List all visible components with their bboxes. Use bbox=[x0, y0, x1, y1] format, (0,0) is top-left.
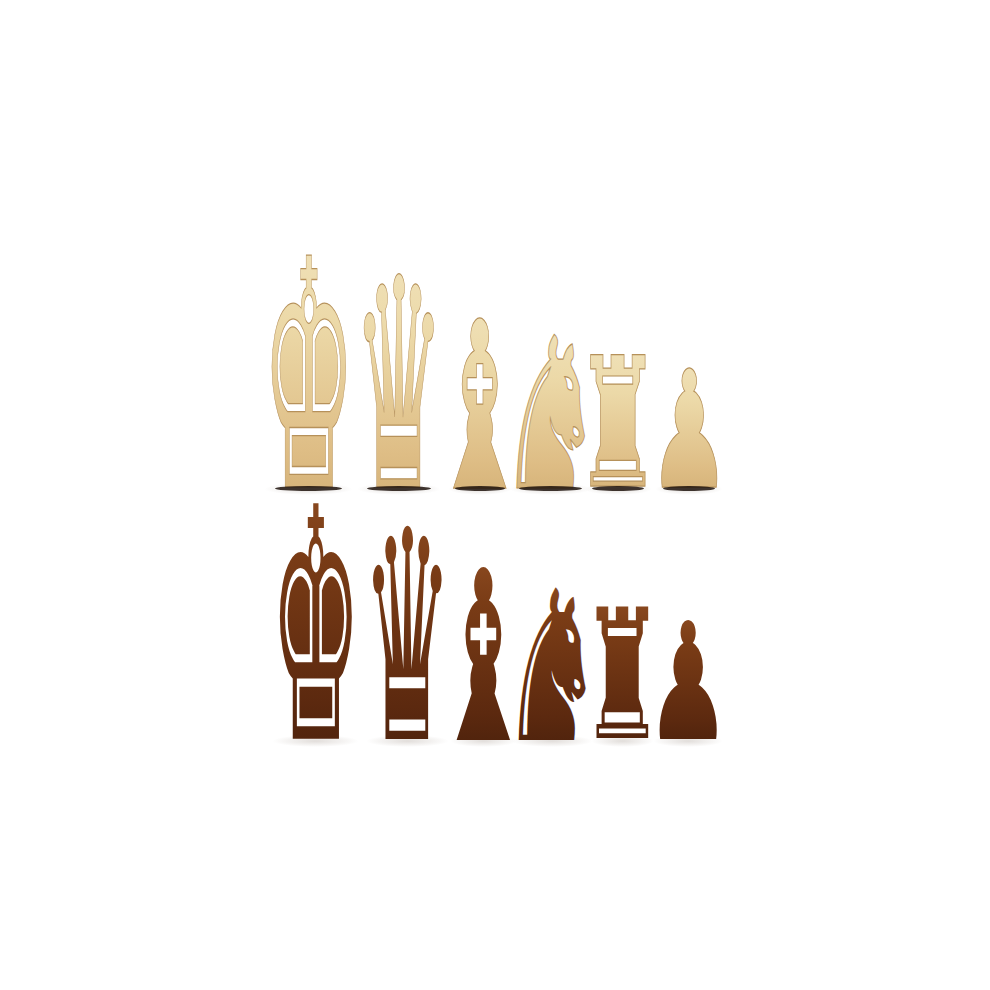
chess-set-product-photo: ♚ ♛ ♝ ♞ ♜ ♟ ♚ ♛ ♝ bbox=[0, 0, 990, 990]
white-rook-piece: ♜ bbox=[589, 353, 647, 490]
felt-base bbox=[663, 486, 714, 491]
black-rook-piece: ♜ bbox=[595, 605, 650, 742]
black-king-piece: ♚ bbox=[278, 497, 353, 742]
black-knight-piece: ♞ bbox=[517, 583, 587, 742]
felt-base bbox=[275, 486, 343, 491]
white-queen-piece: ♛ bbox=[363, 268, 435, 490]
felt-base bbox=[367, 486, 430, 491]
felt-base bbox=[455, 486, 504, 491]
chess-pawn-icon: ♟ bbox=[648, 335, 731, 525]
chess-pawn-icon: ♟ bbox=[646, 587, 731, 778]
chess-king-icon: ♚ bbox=[270, 440, 362, 815]
black-pawn-piece: ♟ bbox=[658, 618, 718, 742]
felt-base bbox=[592, 486, 643, 491]
felt-base bbox=[519, 486, 582, 491]
white-pawn-piece: ♟ bbox=[660, 366, 718, 490]
